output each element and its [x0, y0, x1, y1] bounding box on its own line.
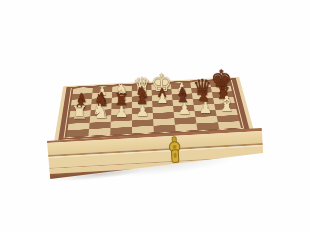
square-d1 [132, 126, 154, 134]
chess-box-top [44, 0, 254, 141]
square-e1 [153, 125, 175, 133]
square-a1 [67, 129, 89, 137]
chess-board [67, 80, 241, 136]
square-f1 [175, 123, 197, 131]
square-h1 [218, 121, 241, 129]
product-photo-chess-set: ♟♞♛♚♟♜♚♟♟♟♞♟♟♛♝♟♞♜♟♟♝♟♜♜♞♟♟♟♟♝ [0, 0, 310, 233]
square-g1 [196, 122, 219, 130]
square-b1 [88, 128, 110, 136]
square-c1 [110, 127, 132, 135]
